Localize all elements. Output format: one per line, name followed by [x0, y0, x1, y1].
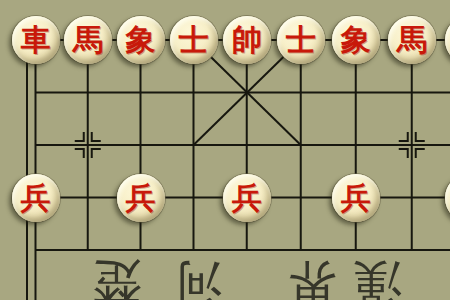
- piece-glyph: 士: [179, 16, 209, 64]
- piece-red-elephant[interactable]: 象: [117, 16, 165, 64]
- piece-red-elephant[interactable]: 象: [332, 16, 380, 64]
- piece-glyph: 馬: [397, 16, 427, 64]
- piece-red-soldier[interactable]: 兵: [12, 174, 60, 222]
- piece-glyph: 兵: [126, 174, 156, 222]
- piece-glyph: 兵: [341, 174, 371, 222]
- river-char: 漢: [352, 259, 402, 300]
- piece-red-soldier[interactable]: 兵: [223, 174, 271, 222]
- piece-glyph: 象: [341, 16, 371, 64]
- piece-red-soldier[interactable]: 兵: [445, 174, 450, 222]
- piece-red-chariot[interactable]: 車: [12, 16, 60, 64]
- river-char: 楚: [92, 259, 142, 300]
- piece-red-advisor[interactable]: 士: [170, 16, 218, 64]
- piece-glyph: 帥: [232, 16, 262, 64]
- river-char: 河: [172, 259, 222, 300]
- piece-red-chariot[interactable]: 車: [445, 16, 450, 64]
- piece-layer: 車馬象士帥士象馬車兵兵兵兵兵: [10, 14, 450, 277]
- piece-red-soldier[interactable]: 兵: [117, 174, 165, 222]
- piece-red-general[interactable]: 帥: [223, 16, 271, 64]
- piece-glyph: 象: [126, 16, 156, 64]
- piece-glyph: 馬: [73, 16, 103, 64]
- piece-glyph: 兵: [232, 174, 262, 222]
- piece-glyph: 兵: [21, 174, 51, 222]
- piece-red-advisor[interactable]: 士: [277, 16, 325, 64]
- piece-glyph: 士: [286, 16, 316, 64]
- piece-red-horse[interactable]: 馬: [388, 16, 436, 64]
- river-char: 界: [287, 259, 337, 300]
- xiangqi-board[interactable]: 車馬象士帥士象馬車兵兵兵兵兵 楚河界漢: [0, 0, 450, 300]
- piece-glyph: 車: [21, 16, 51, 64]
- piece-red-horse[interactable]: 馬: [64, 16, 112, 64]
- piece-red-soldier[interactable]: 兵: [332, 174, 380, 222]
